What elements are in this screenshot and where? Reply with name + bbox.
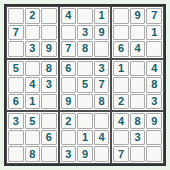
- cell-r6c5[interactable]: [77, 94, 93, 110]
- cell-r2c2[interactable]: [25, 25, 41, 41]
- cell-r1c9[interactable]: 7: [146, 8, 162, 24]
- cell-r8c2[interactable]: [25, 130, 41, 146]
- cell-r1c5[interactable]: [77, 8, 93, 24]
- cell-r2c3[interactable]: [41, 25, 57, 41]
- cell-r4c6[interactable]: 3: [94, 61, 110, 77]
- cell-r1c8[interactable]: 9: [130, 8, 146, 24]
- sudoku-box-3: 97164: [111, 6, 164, 59]
- cell-r1c3[interactable]: [41, 8, 57, 24]
- cell-r3c8[interactable]: 4: [130, 41, 146, 57]
- sudoku-box-2: 413978: [59, 6, 112, 59]
- cell-r9c4[interactable]: 3: [61, 146, 77, 162]
- cell-r6c1[interactable]: 6: [8, 94, 24, 110]
- cell-r1c4[interactable]: 4: [61, 8, 77, 24]
- cell-r7c2[interactable]: 5: [25, 113, 41, 129]
- cell-r6c9[interactable]: 3: [146, 94, 162, 110]
- sudoku-board: 2739413978971645843616357981482335682143…: [4, 4, 166, 166]
- cell-r6c2[interactable]: 1: [25, 94, 41, 110]
- cell-r5c4[interactable]: [61, 77, 77, 93]
- cell-r8c4[interactable]: [61, 130, 77, 146]
- cell-r3c6[interactable]: [94, 41, 110, 57]
- cell-r7c1[interactable]: 3: [8, 113, 24, 129]
- cell-r6c8[interactable]: [130, 94, 146, 110]
- sudoku-box-7: 3568: [6, 111, 59, 164]
- cell-r6c7[interactable]: 2: [113, 94, 129, 110]
- cell-r7c6[interactable]: [94, 113, 110, 129]
- cell-r9c5[interactable]: 9: [77, 146, 93, 162]
- cell-r3c1[interactable]: [8, 41, 24, 57]
- cell-r5c9[interactable]: 8: [146, 77, 162, 93]
- sudoku-box-5: 635798: [59, 59, 112, 112]
- cell-r8c3[interactable]: 6: [41, 130, 57, 146]
- sudoku-box-6: 14823: [111, 59, 164, 112]
- cell-r1c2[interactable]: 2: [25, 8, 41, 24]
- cell-r3c9[interactable]: [146, 41, 162, 57]
- cell-r6c6[interactable]: 8: [94, 94, 110, 110]
- cell-r4c2[interactable]: [25, 61, 41, 77]
- cell-r5c2[interactable]: 4: [25, 77, 41, 93]
- cell-r2c4[interactable]: [61, 25, 77, 41]
- cell-r6c3[interactable]: [41, 94, 57, 110]
- cell-r9c7[interactable]: 7: [113, 146, 129, 162]
- cell-r6c4[interactable]: 9: [61, 94, 77, 110]
- cell-r3c3[interactable]: 9: [41, 41, 57, 57]
- cell-r2c9[interactable]: 1: [146, 25, 162, 41]
- cell-r2c6[interactable]: 9: [94, 25, 110, 41]
- cell-r3c7[interactable]: 6: [113, 41, 129, 57]
- cell-r8c7[interactable]: [113, 130, 129, 146]
- cell-r5c7[interactable]: [113, 77, 129, 93]
- cell-r7c8[interactable]: 8: [130, 113, 146, 129]
- cell-r7c5[interactable]: [77, 113, 93, 129]
- cell-r8c8[interactable]: 3: [130, 130, 146, 146]
- cell-r9c9[interactable]: [146, 146, 162, 162]
- cell-r8c6[interactable]: 4: [94, 130, 110, 146]
- cell-r3c2[interactable]: 3: [25, 41, 41, 57]
- cell-r2c5[interactable]: 3: [77, 25, 93, 41]
- cell-r4c1[interactable]: 5: [8, 61, 24, 77]
- cell-r9c8[interactable]: [130, 146, 146, 162]
- cell-r7c4[interactable]: 2: [61, 113, 77, 129]
- cell-r7c7[interactable]: 4: [113, 113, 129, 129]
- cell-r8c9[interactable]: [146, 130, 162, 146]
- cell-r5c1[interactable]: [8, 77, 24, 93]
- cell-r4c3[interactable]: 8: [41, 61, 57, 77]
- page-background: 2739413978971645843616357981482335682143…: [0, 0, 170, 170]
- cell-r7c9[interactable]: 9: [146, 113, 162, 129]
- sudoku-box-8: 21439: [59, 111, 112, 164]
- cell-r5c3[interactable]: 3: [41, 77, 57, 93]
- cell-r1c6[interactable]: 1: [94, 8, 110, 24]
- cell-r3c5[interactable]: 8: [77, 41, 93, 57]
- cell-r8c1[interactable]: [8, 130, 24, 146]
- cell-r2c1[interactable]: 7: [8, 25, 24, 41]
- cell-r3c4[interactable]: 7: [61, 41, 77, 57]
- cell-r9c3[interactable]: [41, 146, 57, 162]
- cell-r1c1[interactable]: [8, 8, 24, 24]
- cell-r9c2[interactable]: 8: [25, 146, 41, 162]
- cell-r5c6[interactable]: 7: [94, 77, 110, 93]
- sudoku-box-4: 584361: [6, 59, 59, 112]
- cell-r5c5[interactable]: 5: [77, 77, 93, 93]
- cell-r8c5[interactable]: 1: [77, 130, 93, 146]
- cell-r4c4[interactable]: 6: [61, 61, 77, 77]
- cell-r9c6[interactable]: [94, 146, 110, 162]
- cell-r1c7[interactable]: [113, 8, 129, 24]
- cell-r7c3[interactable]: [41, 113, 57, 129]
- cell-r4c8[interactable]: [130, 61, 146, 77]
- cell-r9c1[interactable]: [8, 146, 24, 162]
- cell-r5c8[interactable]: [130, 77, 146, 93]
- cell-r4c5[interactable]: [77, 61, 93, 77]
- cell-r2c7[interactable]: [113, 25, 129, 41]
- cell-r2c8[interactable]: [130, 25, 146, 41]
- cell-r4c9[interactable]: 4: [146, 61, 162, 77]
- sudoku-box-9: 48937: [111, 111, 164, 164]
- sudoku-box-1: 2739: [6, 6, 59, 59]
- cell-r4c7[interactable]: 1: [113, 61, 129, 77]
